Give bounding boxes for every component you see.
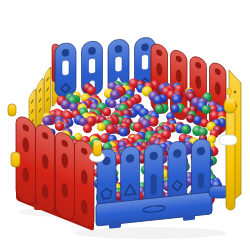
fence-panel-blue-front-right: [96, 138, 212, 230]
ball-pit-photo: [0, 0, 250, 250]
connector-cap-yellow-left: [11, 152, 20, 167]
ball-pit-playpen: [0, 0, 250, 250]
connector-cap-yellow-top-left: [8, 104, 16, 116]
